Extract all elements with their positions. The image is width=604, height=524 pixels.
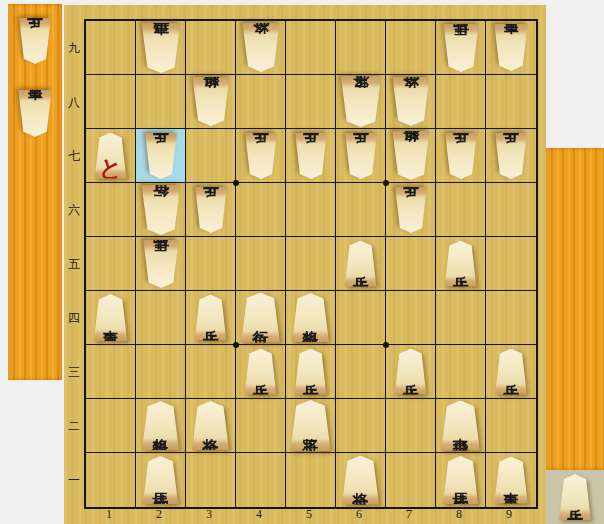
square-1七[interactable]: と xyxy=(86,129,136,183)
piece-knight[interactable]: 桂馬 xyxy=(441,24,481,72)
square-8六[interactable] xyxy=(436,183,486,237)
piece-pawn[interactable]: 歩兵 xyxy=(193,187,229,233)
hoshi-dot xyxy=(383,180,389,186)
piece-body: 王将 xyxy=(288,400,334,451)
board-grid: 飛車金将桂馬香車銀将玉将金将と歩兵歩兵歩兵歩兵銀将歩兵歩兵角行歩兵歩兵桂馬歩兵歩… xyxy=(84,19,538,509)
file-label-5: 5 xyxy=(284,507,334,522)
square-7三[interactable]: 歩兵 xyxy=(386,345,436,399)
rank-label-八: 八 xyxy=(64,94,84,111)
square-2七[interactable]: 歩兵 xyxy=(136,129,186,183)
square-9四[interactable] xyxy=(486,291,536,345)
square-3二[interactable]: 金将 xyxy=(186,399,236,453)
piece-kanji: 歩兵 xyxy=(253,371,269,373)
file-label-6: 6 xyxy=(334,507,384,522)
piece-kanji: 香車 xyxy=(27,113,43,115)
square-3七[interactable] xyxy=(186,129,236,183)
piece-gold[interactable]: 金将 xyxy=(390,77,432,126)
piece-kanji: 香車 xyxy=(503,479,519,481)
square-8八[interactable] xyxy=(436,75,486,129)
piece-kanji: 歩兵 xyxy=(503,371,519,373)
piece-body: 角行 xyxy=(139,185,183,235)
piece-body: 歩兵 xyxy=(293,133,329,179)
piece-bishop[interactable]: 角行 xyxy=(239,293,283,343)
square-9六[interactable] xyxy=(486,183,536,237)
square-3八[interactable]: 銀将 xyxy=(186,75,236,129)
piece-body: 歩兵 xyxy=(193,295,229,341)
square-2八[interactable] xyxy=(136,75,186,129)
piece-body: 飛車 xyxy=(139,23,183,73)
square-4五[interactable] xyxy=(236,237,286,291)
square-6一[interactable]: 金将 xyxy=(336,453,386,507)
square-3五[interactable] xyxy=(186,237,236,291)
piece-king[interactable]: 玉将 xyxy=(338,76,384,127)
piece-pawn[interactable]: 歩兵 xyxy=(293,133,329,179)
piece-body: 香車 xyxy=(92,294,130,341)
square-8三[interactable] xyxy=(436,345,486,399)
piece-silver[interactable]: 銀将 xyxy=(290,293,332,342)
piece-kanji: 桂馬 xyxy=(453,47,469,49)
piece-silver[interactable]: 銀将 xyxy=(190,77,232,126)
piece-pawn[interactable]: 歩兵 xyxy=(493,349,529,395)
square-1八[interactable] xyxy=(86,75,136,129)
piece-kanji: 角行 xyxy=(253,317,269,319)
piece-pawn[interactable]: 歩兵 xyxy=(343,133,379,179)
square-8七[interactable]: 歩兵 xyxy=(436,129,486,183)
square-3四[interactable]: 歩兵 xyxy=(186,291,236,345)
rank-label-三: 三 xyxy=(64,364,84,381)
piece-pawn[interactable]: 歩兵 xyxy=(143,133,179,179)
square-2一[interactable]: 桂馬 xyxy=(136,453,186,507)
piece-gold[interactable]: 金将 xyxy=(340,456,382,505)
piece-body: 金将 xyxy=(190,401,232,450)
file-label-9: 9 xyxy=(484,507,534,522)
piece-pawn[interactable]: 歩兵 xyxy=(343,241,379,287)
piece-lance[interactable]: 香車 xyxy=(16,90,54,137)
captured-pieces-stand-bottom xyxy=(546,148,604,470)
square-6三[interactable] xyxy=(336,345,386,399)
square-9七[interactable]: 歩兵 xyxy=(486,129,536,183)
piece-kanji: 王将 xyxy=(303,425,319,427)
rank-label-七: 七 xyxy=(64,148,84,165)
piece-body: 歩兵 xyxy=(343,241,379,287)
piece-kanji: 歩兵 xyxy=(403,209,419,211)
piece-pawn[interactable]: 歩兵 xyxy=(393,187,429,233)
square-9八[interactable] xyxy=(486,75,536,129)
piece-kanji: 飛車 xyxy=(453,425,469,427)
piece-body: 歩兵 xyxy=(343,133,379,179)
square-6九[interactable] xyxy=(336,21,386,75)
piece-body: 香車 xyxy=(16,90,54,137)
piece-body: 銀将 xyxy=(290,293,332,342)
piece-body: 銀将 xyxy=(190,77,232,126)
captured-pieces-stand-top: 歩兵香車 xyxy=(8,4,62,380)
square-2三[interactable] xyxy=(136,345,186,399)
piece-kanji: 歩兵 xyxy=(353,155,369,157)
piece-kanji: 香車 xyxy=(503,47,519,49)
piece-body: 歩兵 xyxy=(393,349,429,395)
file-label-4: 4 xyxy=(234,507,284,522)
square-4七[interactable]: 歩兵 xyxy=(236,129,286,183)
piece-kanji: 香車 xyxy=(103,317,119,319)
piece-lance[interactable]: 香車 xyxy=(492,24,530,71)
piece-knight[interactable]: 桂馬 xyxy=(141,240,181,288)
square-9五[interactable] xyxy=(486,237,536,291)
rank-label-四: 四 xyxy=(64,310,84,327)
piece-kanji: 桂馬 xyxy=(153,479,169,481)
square-4一[interactable] xyxy=(236,453,286,507)
square-5九[interactable] xyxy=(286,21,336,75)
piece-body: 桂馬 xyxy=(441,456,481,504)
square-1九[interactable] xyxy=(86,21,136,75)
piece-kanji: 金将 xyxy=(203,425,219,427)
piece-body: 香車 xyxy=(492,24,530,71)
piece-body: 歩兵 xyxy=(393,187,429,233)
piece-kanji: 銀将 xyxy=(153,425,169,427)
piece-body: 歩兵 xyxy=(557,474,593,520)
square-5二[interactable]: 王将 xyxy=(286,399,336,453)
rank-label-二: 二 xyxy=(64,418,84,435)
square-3一[interactable] xyxy=(186,453,236,507)
piece-kanji: 角行 xyxy=(153,209,169,211)
piece-body: 歩兵 xyxy=(443,133,479,179)
piece-kanji: 歩兵 xyxy=(303,371,319,373)
piece-kanji: 歩兵 xyxy=(567,496,583,498)
square-7一[interactable] xyxy=(386,453,436,507)
square-9二[interactable] xyxy=(486,399,536,453)
square-7六[interactable]: 歩兵 xyxy=(386,183,436,237)
piece-kanji: 銀将 xyxy=(203,101,219,103)
piece-kanji: 桂馬 xyxy=(153,263,169,265)
piece-kanji: 飛車 xyxy=(153,47,169,49)
piece-pawn[interactable]: 歩兵 xyxy=(393,349,429,395)
piece-body: 歩兵 xyxy=(293,349,329,395)
square-4二[interactable] xyxy=(236,399,286,453)
piece-rook[interactable]: 飛車 xyxy=(139,23,183,73)
piece-pawn[interactable]: 歩兵 xyxy=(243,349,279,395)
piece-body: 銀将 xyxy=(140,401,182,450)
piece-body: 桂馬 xyxy=(441,24,481,72)
piece-kanji: 玉将 xyxy=(353,101,369,103)
piece-body: 角行 xyxy=(239,293,283,343)
file-label-7: 7 xyxy=(384,507,434,522)
piece-kanji: と xyxy=(99,141,122,169)
square-6八[interactable]: 玉将 xyxy=(336,75,386,129)
piece-gold[interactable]: 金将 xyxy=(240,23,282,72)
piece-body: 歩兵 xyxy=(243,349,279,395)
piece-rook[interactable]: 飛車 xyxy=(439,401,483,451)
square-8五[interactable]: 歩兵 xyxy=(436,237,486,291)
piece-body: 飛車 xyxy=(439,401,483,451)
piece-body: 銀将 xyxy=(390,131,432,180)
piece-king[interactable]: 王将 xyxy=(288,400,334,451)
piece-silver[interactable]: 銀将 xyxy=(140,401,182,450)
piece-kanji: 歩兵 xyxy=(353,263,369,265)
square-9一[interactable]: 香車 xyxy=(486,453,536,507)
square-1四[interactable]: 香車 xyxy=(86,291,136,345)
hoshi-dot xyxy=(233,342,239,348)
square-1二[interactable] xyxy=(86,399,136,453)
square-2四[interactable] xyxy=(136,291,186,345)
piece-body: 桂馬 xyxy=(141,456,181,504)
piece-pawn[interactable]: 歩兵 xyxy=(443,241,479,287)
file-label-8: 8 xyxy=(434,507,484,522)
square-5六[interactable] xyxy=(286,183,336,237)
hoshi-dot xyxy=(233,180,239,186)
rank-label-六: 六 xyxy=(64,202,84,219)
piece-lance[interactable]: 香車 xyxy=(492,457,530,504)
square-7九[interactable] xyxy=(386,21,436,75)
piece-lance[interactable]: 香車 xyxy=(92,294,130,341)
square-2五[interactable]: 桂馬 xyxy=(136,237,186,291)
piece-kanji: 歩兵 xyxy=(303,155,319,157)
square-4三[interactable]: 歩兵 xyxy=(236,345,286,399)
square-6四[interactable] xyxy=(336,291,386,345)
square-1三[interactable] xyxy=(86,345,136,399)
square-6二[interactable] xyxy=(336,399,386,453)
rank-label-五: 五 xyxy=(64,256,84,273)
square-3九[interactable] xyxy=(186,21,236,75)
square-2九[interactable]: 飛車 xyxy=(136,21,186,75)
square-7八[interactable]: 金将 xyxy=(386,75,436,129)
piece-body: 桂馬 xyxy=(141,240,181,288)
rank-label-一: 一 xyxy=(64,472,84,489)
piece-body: 歩兵 xyxy=(193,187,229,233)
square-5八[interactable] xyxy=(286,75,336,129)
square-6七[interactable]: 歩兵 xyxy=(336,129,386,183)
piece-pawn[interactable]: 歩兵 xyxy=(293,349,329,395)
square-1六[interactable] xyxy=(86,183,136,237)
piece-body: 金将 xyxy=(240,23,282,72)
square-7四[interactable] xyxy=(386,291,436,345)
piece-kanji: 銀将 xyxy=(403,155,419,157)
piece-bishop[interactable]: 角行 xyxy=(139,185,183,235)
square-5七[interactable]: 歩兵 xyxy=(286,129,336,183)
square-5一[interactable] xyxy=(286,453,336,507)
square-2六[interactable]: 角行 xyxy=(136,183,186,237)
piece-kanji: 歩兵 xyxy=(403,371,419,373)
piece-kanji: 金将 xyxy=(353,479,369,481)
piece-body: 金将 xyxy=(340,456,382,505)
piece-kanji: 金将 xyxy=(253,47,269,49)
captured-piece-cell-bottom[interactable]: 歩兵 xyxy=(546,470,604,524)
square-3三[interactable] xyxy=(186,345,236,399)
piece-pawn[interactable]: 歩兵 xyxy=(193,295,229,341)
file-label-2: 2 xyxy=(134,507,184,522)
square-8九[interactable]: 桂馬 xyxy=(436,21,486,75)
square-9三[interactable]: 歩兵 xyxy=(486,345,536,399)
square-4四[interactable]: 角行 xyxy=(236,291,286,345)
piece-kanji: 歩兵 xyxy=(503,155,519,157)
square-4八[interactable] xyxy=(236,75,286,129)
square-6六[interactable] xyxy=(336,183,386,237)
square-1五[interactable] xyxy=(86,237,136,291)
piece-silver[interactable]: 銀将 xyxy=(390,131,432,180)
piece-body: 香車 xyxy=(492,457,530,504)
piece-kanji: 歩兵 xyxy=(203,209,219,211)
piece-body: 歩兵 xyxy=(17,18,53,64)
square-3六[interactable]: 歩兵 xyxy=(186,183,236,237)
square-5三[interactable]: 歩兵 xyxy=(286,345,336,399)
piece-kanji: 金将 xyxy=(403,101,419,103)
piece-pawn[interactable]: 歩兵 xyxy=(443,133,479,179)
square-5四[interactable]: 銀将 xyxy=(286,291,336,345)
piece-kanji: 桂馬 xyxy=(453,479,469,481)
square-7五[interactable] xyxy=(386,237,436,291)
piece-body: 玉将 xyxy=(338,76,384,127)
piece-kanji: 歩兵 xyxy=(203,317,219,319)
piece-knight[interactable]: 桂馬 xyxy=(141,456,181,504)
rank-label-九: 九 xyxy=(64,40,84,57)
piece-kanji: 歩兵 xyxy=(453,263,469,265)
square-8四[interactable] xyxy=(436,291,486,345)
piece-pawn[interactable]: 歩兵 xyxy=(493,133,529,179)
square-5五[interactable] xyxy=(286,237,336,291)
piece-knight[interactable]: 桂馬 xyxy=(441,456,481,504)
piece-kanji: 銀将 xyxy=(303,317,319,319)
piece-pawn[interactable]: 歩兵 xyxy=(557,474,593,520)
piece-kanji: 歩兵 xyxy=(253,155,269,157)
piece-body: と xyxy=(93,133,129,179)
piece-body: 歩兵 xyxy=(493,133,529,179)
piece-body: 歩兵 xyxy=(243,133,279,179)
shogi-app: 歩兵香車 飛車金将桂馬香車銀将玉将金将と歩兵歩兵歩兵歩兵銀将歩兵歩兵角行歩兵歩兵… xyxy=(0,0,604,524)
square-1一[interactable] xyxy=(86,453,136,507)
piece-kanji: 歩兵 xyxy=(453,155,469,157)
square-4九[interactable]: 金将 xyxy=(236,21,286,75)
piece-body: 歩兵 xyxy=(493,349,529,395)
piece-pawn[interactable]: 歩兵 xyxy=(17,18,53,64)
piece-kanji: 歩兵 xyxy=(153,155,169,157)
square-8一[interactable]: 桂馬 xyxy=(436,453,486,507)
piece-kanji: 歩兵 xyxy=(27,40,43,42)
piece-tokin[interactable]: と xyxy=(93,133,129,179)
file-label-1: 1 xyxy=(84,507,134,522)
square-6五[interactable]: 歩兵 xyxy=(336,237,386,291)
square-4六[interactable] xyxy=(236,183,286,237)
file-label-3: 3 xyxy=(184,507,234,522)
piece-body: 歩兵 xyxy=(443,241,479,287)
square-7二[interactable] xyxy=(386,399,436,453)
piece-pawn[interactable]: 歩兵 xyxy=(243,133,279,179)
square-7七[interactable]: 銀将 xyxy=(386,129,436,183)
hoshi-dot xyxy=(383,342,389,348)
square-9九[interactable]: 香車 xyxy=(486,21,536,75)
piece-body: 金将 xyxy=(390,77,432,126)
piece-body: 歩兵 xyxy=(143,133,179,179)
square-8二[interactable]: 飛車 xyxy=(436,399,486,453)
square-2二[interactable]: 銀将 xyxy=(136,399,186,453)
piece-gold[interactable]: 金将 xyxy=(190,401,232,450)
